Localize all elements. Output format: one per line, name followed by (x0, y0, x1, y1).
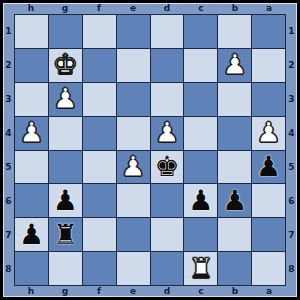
rank-label-right-3: 3 (286, 82, 297, 116)
square-b8[interactable] (218, 252, 251, 285)
square-d8[interactable] (151, 252, 184, 285)
rank-label-left-2: 2 (3, 48, 14, 82)
file-label-bottom-d: d (150, 286, 184, 297)
square-h8[interactable] (15, 252, 48, 285)
chessboard: ♚♟♟♟♟♟♟♚♟♟♟♟♟♜♜ (14, 14, 286, 286)
file-labels-top: hgfedcba (14, 3, 286, 14)
piece-white-pawn[interactable]: ♟ (53, 85, 78, 113)
rank-labels-left: 12345678 (3, 14, 14, 286)
file-label-top-e: e (116, 3, 150, 14)
rank-label-left-1: 1 (3, 14, 14, 48)
file-label-bottom-e: e (116, 286, 150, 297)
square-e8[interactable] (117, 252, 150, 285)
file-label-top-c: c (184, 3, 218, 14)
rank-label-right-2: 2 (286, 48, 297, 82)
square-b7[interactable] (218, 218, 251, 251)
rank-label-right-7: 7 (286, 218, 297, 252)
square-g7[interactable]: ♜ (49, 218, 82, 251)
rank-label-left-3: 3 (3, 82, 14, 116)
piece-white-king[interactable]: ♚ (53, 51, 78, 79)
square-e3[interactable] (117, 83, 150, 116)
piece-white-pawn[interactable]: ♟ (256, 119, 281, 147)
square-d6[interactable] (151, 184, 184, 217)
rank-label-left-6: 6 (3, 184, 14, 218)
rank-labels-right: 12345678 (286, 14, 297, 286)
square-g1[interactable] (49, 15, 82, 48)
square-d4[interactable]: ♟ (151, 117, 184, 150)
file-label-top-d: d (150, 3, 184, 14)
file-label-top-a: a (252, 3, 286, 14)
square-c5[interactable] (184, 151, 217, 184)
square-e4[interactable] (117, 117, 150, 150)
square-e5[interactable]: ♟ (117, 151, 150, 184)
square-e7[interactable] (117, 218, 150, 251)
rank-label-right-8: 8 (286, 252, 297, 286)
piece-white-rook[interactable]: ♜ (188, 255, 213, 283)
square-a6[interactable] (252, 184, 285, 217)
square-g4[interactable] (49, 117, 82, 150)
square-g8[interactable] (49, 252, 82, 285)
square-g5[interactable] (49, 151, 82, 184)
file-label-bottom-b: b (218, 286, 252, 297)
piece-black-rook[interactable]: ♜ (53, 221, 78, 249)
rank-label-right-5: 5 (286, 150, 297, 184)
square-c3[interactable] (184, 83, 217, 116)
rank-label-right-1: 1 (286, 14, 297, 48)
square-f2[interactable] (83, 49, 116, 82)
square-g6[interactable]: ♟ (49, 184, 82, 217)
square-h5[interactable] (15, 151, 48, 184)
square-c4[interactable] (184, 117, 217, 150)
file-label-bottom-f: f (82, 286, 116, 297)
piece-black-king[interactable]: ♚ (154, 153, 179, 181)
square-f8[interactable] (83, 252, 116, 285)
rank-label-left-7: 7 (3, 218, 14, 252)
square-h4[interactable]: ♟ (15, 117, 48, 150)
square-g3[interactable]: ♟ (49, 83, 82, 116)
square-h1[interactable] (15, 15, 48, 48)
piece-black-pawn[interactable]: ♟ (256, 153, 281, 181)
square-d2[interactable] (151, 49, 184, 82)
square-a2[interactable] (252, 49, 285, 82)
piece-white-pawn[interactable]: ♟ (154, 119, 179, 147)
square-b2[interactable]: ♟ (218, 49, 251, 82)
square-c6[interactable]: ♟ (184, 184, 217, 217)
file-label-bottom-h: h (14, 286, 48, 297)
square-h2[interactable] (15, 49, 48, 82)
piece-white-pawn[interactable]: ♟ (222, 51, 247, 79)
file-label-bottom-g: g (48, 286, 82, 297)
square-d3[interactable] (151, 83, 184, 116)
file-label-top-h: h (14, 3, 48, 14)
square-b5[interactable] (218, 151, 251, 184)
square-f5[interactable] (83, 151, 116, 184)
rank-label-left-8: 8 (3, 252, 14, 286)
rank-label-left-5: 5 (3, 150, 14, 184)
file-label-bottom-a: a (252, 286, 286, 297)
square-e2[interactable] (117, 49, 150, 82)
square-a4[interactable]: ♟ (252, 117, 285, 150)
square-h7[interactable]: ♟ (15, 218, 48, 251)
square-f4[interactable] (83, 117, 116, 150)
square-g2[interactable]: ♚ (49, 49, 82, 82)
square-b4[interactable] (218, 117, 251, 150)
piece-black-pawn[interactable]: ♟ (19, 221, 44, 249)
square-f7[interactable] (83, 218, 116, 251)
square-c8[interactable]: ♜ (184, 252, 217, 285)
piece-white-pawn[interactable]: ♟ (121, 153, 146, 181)
square-a3[interactable] (252, 83, 285, 116)
rank-label-left-4: 4 (3, 116, 14, 150)
file-labels-bottom: hgfedcba (14, 286, 286, 297)
square-f3[interactable] (83, 83, 116, 116)
square-e6[interactable] (117, 184, 150, 217)
chessboard-frame: hgfedcba 12345678 12345678 hgfedcba ♚♟♟♟… (0, 0, 300, 300)
square-b1[interactable] (218, 15, 251, 48)
piece-black-pawn[interactable]: ♟ (53, 187, 78, 215)
piece-black-pawn[interactable]: ♟ (188, 187, 213, 215)
square-d1[interactable] (151, 15, 184, 48)
square-h3[interactable] (15, 83, 48, 116)
square-f1[interactable] (83, 15, 116, 48)
file-label-top-g: g (48, 3, 82, 14)
square-a7[interactable] (252, 218, 285, 251)
piece-white-pawn[interactable]: ♟ (19, 119, 44, 147)
square-c7[interactable] (184, 218, 217, 251)
square-a5[interactable]: ♟ (252, 151, 285, 184)
square-e1[interactable] (117, 15, 150, 48)
square-h6[interactable] (15, 184, 48, 217)
square-b3[interactable] (218, 83, 251, 116)
square-d7[interactable] (151, 218, 184, 251)
square-b6[interactable]: ♟ (218, 184, 251, 217)
file-label-top-f: f (82, 3, 116, 14)
square-d5[interactable]: ♚ (151, 151, 184, 184)
square-c1[interactable] (184, 15, 217, 48)
square-f6[interactable] (83, 184, 116, 217)
square-c2[interactable] (184, 49, 217, 82)
file-label-top-b: b (218, 3, 252, 14)
square-a1[interactable] (252, 15, 285, 48)
piece-black-pawn[interactable]: ♟ (222, 187, 247, 215)
rank-label-right-6: 6 (286, 184, 297, 218)
square-a8[interactable] (252, 252, 285, 285)
file-label-bottom-c: c (184, 286, 218, 297)
rank-label-right-4: 4 (286, 116, 297, 150)
